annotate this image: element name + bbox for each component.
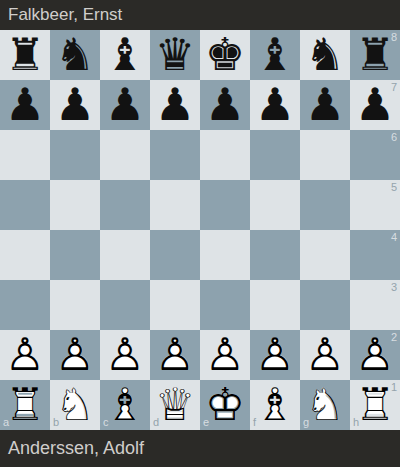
rank-label-1: 1: [391, 382, 397, 393]
square-f5[interactable]: [250, 180, 300, 230]
square-h2[interactable]: ♟♙2: [350, 330, 400, 380]
white-pawn-icon: ♟♙: [100, 330, 150, 380]
black-rook-icon: ♜: [350, 30, 400, 80]
square-g8[interactable]: ♞: [300, 30, 350, 80]
rank-label-8: 8: [391, 32, 397, 43]
black-pawn-icon: ♟: [300, 80, 350, 130]
square-b8[interactable]: ♞: [50, 30, 100, 80]
white-pawn-icon: ♟♙: [200, 330, 250, 380]
white-queen-icon: ♛♕: [150, 380, 200, 430]
square-f8[interactable]: ♝: [250, 30, 300, 80]
square-e7[interactable]: ♟: [200, 80, 250, 130]
square-b2[interactable]: ♟♙: [50, 330, 100, 380]
black-pawn-icon: ♟: [250, 80, 300, 130]
square-e5[interactable]: [200, 180, 250, 230]
square-f7[interactable]: ♟: [250, 80, 300, 130]
square-b3[interactable]: [50, 280, 100, 330]
player-name-top[interactable]: Falkbeer, Ernst: [8, 5, 122, 25]
file-label-h: h: [353, 417, 359, 428]
square-d3[interactable]: [150, 280, 200, 330]
square-f3[interactable]: [250, 280, 300, 330]
white-king-icon: ♚♔: [200, 380, 250, 430]
square-g4[interactable]: [300, 230, 350, 280]
chess-board: ♜♞♝♛♚♝♞♜8♟♟♟♟♟♟♟♟76543♟♙♟♙♟♙♟♙♟♙♟♙♟♙♟♙2♜…: [0, 30, 400, 430]
black-pawn-icon: ♟: [50, 80, 100, 130]
square-g7[interactable]: ♟: [300, 80, 350, 130]
rank-label-5: 5: [391, 182, 397, 193]
square-b5[interactable]: [50, 180, 100, 230]
black-bishop-icon: ♝: [100, 30, 150, 80]
white-knight-icon: ♞♘: [50, 380, 100, 430]
rank-label-2: 2: [391, 332, 397, 343]
square-e2[interactable]: ♟♙: [200, 330, 250, 380]
square-d6[interactable]: [150, 130, 200, 180]
square-e4[interactable]: [200, 230, 250, 280]
square-f4[interactable]: [250, 230, 300, 280]
rank-label-4: 4: [391, 232, 397, 243]
square-f2[interactable]: ♟♙: [250, 330, 300, 380]
square-a1[interactable]: ♜♖a: [0, 380, 50, 430]
square-h3[interactable]: 3: [350, 280, 400, 330]
square-g5[interactable]: [300, 180, 350, 230]
white-pawn-icon: ♟♙: [350, 330, 400, 380]
square-g1[interactable]: ♞♘g: [300, 380, 350, 430]
square-c1[interactable]: ♝♗c: [100, 380, 150, 430]
square-d1[interactable]: ♛♕d: [150, 380, 200, 430]
square-a5[interactable]: [0, 180, 50, 230]
white-bishop-icon: ♝♗: [100, 380, 150, 430]
square-e3[interactable]: [200, 280, 250, 330]
black-knight-icon: ♞: [50, 30, 100, 80]
square-a4[interactable]: [0, 230, 50, 280]
square-e8[interactable]: ♚: [200, 30, 250, 80]
square-h8[interactable]: ♜8: [350, 30, 400, 80]
square-g3[interactable]: [300, 280, 350, 330]
square-d4[interactable]: [150, 230, 200, 280]
black-rook-icon: ♜: [0, 30, 50, 80]
square-c4[interactable]: [100, 230, 150, 280]
white-rook-icon: ♜♖: [350, 380, 400, 430]
square-c3[interactable]: [100, 280, 150, 330]
square-c2[interactable]: ♟♙: [100, 330, 150, 380]
square-h1[interactable]: ♜♖1h: [350, 380, 400, 430]
square-a7[interactable]: ♟: [0, 80, 50, 130]
square-a8[interactable]: ♜: [0, 30, 50, 80]
square-a3[interactable]: [0, 280, 50, 330]
black-pawn-icon: ♟: [0, 80, 50, 130]
square-d2[interactable]: ♟♙: [150, 330, 200, 380]
white-pawn-icon: ♟♙: [150, 330, 200, 380]
square-f6[interactable]: [250, 130, 300, 180]
square-d7[interactable]: ♟: [150, 80, 200, 130]
white-pawn-icon: ♟♙: [300, 330, 350, 380]
file-label-d: d: [153, 417, 159, 428]
white-pawn-icon: ♟♙: [250, 330, 300, 380]
square-e1[interactable]: ♚♔e: [200, 380, 250, 430]
square-c6[interactable]: [100, 130, 150, 180]
white-pawn-icon: ♟♙: [0, 330, 50, 380]
black-queen-icon: ♛: [150, 30, 200, 80]
square-g6[interactable]: [300, 130, 350, 180]
rank-label-7: 7: [391, 82, 397, 93]
square-b4[interactable]: [50, 230, 100, 280]
square-b7[interactable]: ♟: [50, 80, 100, 130]
square-g2[interactable]: ♟♙: [300, 330, 350, 380]
square-h6[interactable]: 6: [350, 130, 400, 180]
square-a6[interactable]: [0, 130, 50, 180]
file-label-b: b: [53, 417, 59, 428]
black-knight-icon: ♞: [300, 30, 350, 80]
rank-label-6: 6: [391, 132, 397, 143]
black-king-icon: ♚: [200, 30, 250, 80]
square-d5[interactable]: [150, 180, 200, 230]
file-label-c: c: [103, 417, 109, 428]
square-e6[interactable]: [200, 130, 250, 180]
square-d8[interactable]: ♛: [150, 30, 200, 80]
square-c8[interactable]: ♝: [100, 30, 150, 80]
bottom-player-bar: Anderssen, Adolf: [0, 430, 400, 467]
square-h7[interactable]: ♟7: [350, 80, 400, 130]
rank-label-3: 3: [391, 282, 397, 293]
file-label-g: g: [303, 417, 309, 428]
square-b6[interactable]: [50, 130, 100, 180]
square-b1[interactable]: ♞♘b: [50, 380, 100, 430]
black-pawn-icon: ♟: [100, 80, 150, 130]
file-label-e: e: [203, 417, 209, 428]
white-bishop-icon: ♝♗: [250, 380, 300, 430]
square-f1[interactable]: ♝♗f: [250, 380, 300, 430]
white-knight-icon: ♞♘: [300, 380, 350, 430]
file-label-f: f: [253, 417, 256, 428]
white-pawn-icon: ♟♙: [50, 330, 100, 380]
square-c7[interactable]: ♟: [100, 80, 150, 130]
player-name-bottom[interactable]: Anderssen, Adolf: [8, 438, 144, 459]
square-h4[interactable]: 4: [350, 230, 400, 280]
square-a2[interactable]: ♟♙: [0, 330, 50, 380]
square-h5[interactable]: 5: [350, 180, 400, 230]
black-bishop-icon: ♝: [250, 30, 300, 80]
black-pawn-icon: ♟: [350, 80, 400, 130]
white-rook-icon: ♜♖: [0, 380, 50, 430]
top-player-bar: Falkbeer, Ernst: [0, 0, 400, 30]
file-label-a: a: [3, 417, 9, 428]
square-c5[interactable]: [100, 180, 150, 230]
black-pawn-icon: ♟: [150, 80, 200, 130]
black-pawn-icon: ♟: [200, 80, 250, 130]
